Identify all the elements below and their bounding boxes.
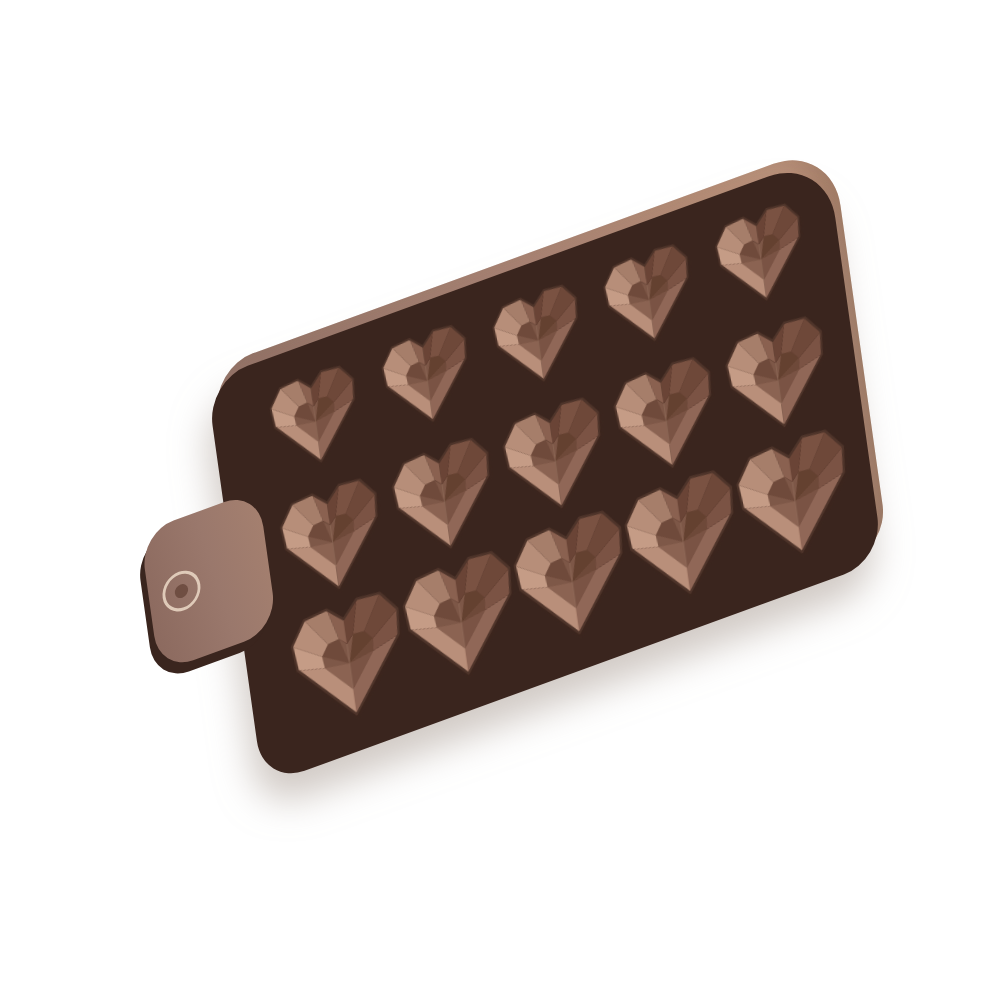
- heart-cavity: [598, 233, 701, 360]
- heart-cavity: [709, 193, 812, 320]
- cavity-grid: [211, 143, 888, 774]
- chocolate-mold-tray: [211, 143, 888, 774]
- grommet-hole-ring: [160, 565, 203, 617]
- heart-cavity: [487, 274, 590, 401]
- product-photo: [0, 0, 1000, 1000]
- heart-cavity: [375, 314, 478, 441]
- grommet-hole-center: [174, 582, 189, 600]
- heart-cavity: [264, 355, 367, 482]
- photo-background: { "scene": { "type": "product photo", "d…: [0, 0, 1000, 1000]
